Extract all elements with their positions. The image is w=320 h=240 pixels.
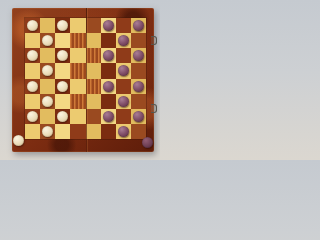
square-c5[interactable]: [55, 63, 70, 78]
checker-light[interactable]: [57, 111, 68, 122]
square-c4[interactable]: [55, 79, 70, 94]
checker-dark[interactable]: [133, 81, 144, 92]
square-g8[interactable]: [116, 18, 131, 33]
square-c2[interactable]: [55, 109, 70, 124]
clasp-hook-bottom-icon: [151, 104, 157, 113]
square-h6[interactable]: [131, 48, 146, 63]
square-h8[interactable]: [131, 18, 146, 33]
checker-dark[interactable]: [118, 126, 129, 137]
square-g5[interactable]: [116, 63, 131, 78]
square-b6[interactable]: [40, 48, 55, 63]
square-e3[interactable]: [86, 94, 101, 109]
square-h7[interactable]: [131, 33, 146, 48]
square-e5[interactable]: [86, 63, 101, 78]
square-h1[interactable]: [131, 124, 146, 139]
square-f2[interactable]: [101, 109, 116, 124]
spare-checker-light[interactable]: [13, 135, 24, 146]
fold-seam: [86, 8, 87, 152]
square-d3[interactable]: [70, 94, 85, 109]
checker-light[interactable]: [57, 81, 68, 92]
checker-dark[interactable]: [103, 20, 114, 31]
square-g3[interactable]: [116, 94, 131, 109]
checker-light[interactable]: [27, 81, 38, 92]
square-b1[interactable]: [40, 124, 55, 139]
square-c6[interactable]: [55, 48, 70, 63]
square-f6[interactable]: [101, 48, 116, 63]
square-h4[interactable]: [131, 79, 146, 94]
square-a6[interactable]: [25, 48, 40, 63]
checker-dark[interactable]: [118, 96, 129, 107]
square-c3[interactable]: [55, 94, 70, 109]
checker-light[interactable]: [42, 126, 53, 137]
checker-light[interactable]: [57, 20, 68, 31]
square-a7[interactable]: [25, 33, 40, 48]
checker-light[interactable]: [42, 35, 53, 46]
square-f5[interactable]: [101, 63, 116, 78]
checker-dark[interactable]: [118, 65, 129, 76]
spare-checker-dark[interactable]: [142, 137, 153, 148]
square-a8[interactable]: [25, 18, 40, 33]
square-h3[interactable]: [131, 94, 146, 109]
checker-dark[interactable]: [103, 111, 114, 122]
checker-dark[interactable]: [103, 50, 114, 61]
square-g2[interactable]: [116, 109, 131, 124]
square-a3[interactable]: [25, 94, 40, 109]
square-d4[interactable]: [70, 79, 85, 94]
square-f1[interactable]: [101, 124, 116, 139]
checker-dark[interactable]: [133, 20, 144, 31]
square-g7[interactable]: [116, 33, 131, 48]
square-a2[interactable]: [25, 109, 40, 124]
square-g4[interactable]: [116, 79, 131, 94]
square-c1[interactable]: [55, 124, 70, 139]
checker-dark[interactable]: [118, 35, 129, 46]
checker-light[interactable]: [42, 65, 53, 76]
square-f8[interactable]: [101, 18, 116, 33]
square-e4[interactable]: [86, 79, 101, 94]
square-b8[interactable]: [40, 18, 55, 33]
square-g6[interactable]: [116, 48, 131, 63]
checker-dark[interactable]: [133, 111, 144, 122]
square-a5[interactable]: [25, 63, 40, 78]
square-d7[interactable]: [70, 33, 85, 48]
square-d1[interactable]: [70, 124, 85, 139]
checker-light[interactable]: [27, 111, 38, 122]
square-b2[interactable]: [40, 109, 55, 124]
square-e1[interactable]: [86, 124, 101, 139]
checker-light[interactable]: [27, 50, 38, 61]
square-c8[interactable]: [55, 18, 70, 33]
square-c7[interactable]: [55, 33, 70, 48]
square-d2[interactable]: [70, 109, 85, 124]
square-g1[interactable]: [116, 124, 131, 139]
square-b3[interactable]: [40, 94, 55, 109]
checker-dark[interactable]: [133, 50, 144, 61]
square-f3[interactable]: [101, 94, 116, 109]
square-d5[interactable]: [70, 63, 85, 78]
square-b4[interactable]: [40, 79, 55, 94]
square-b7[interactable]: [40, 33, 55, 48]
square-a4[interactable]: [25, 79, 40, 94]
square-e6[interactable]: [86, 48, 101, 63]
checker-light[interactable]: [27, 20, 38, 31]
square-h2[interactable]: [131, 109, 146, 124]
square-e2[interactable]: [86, 109, 101, 124]
square-b5[interactable]: [40, 63, 55, 78]
square-d6[interactable]: [70, 48, 85, 63]
checker-dark[interactable]: [103, 81, 114, 92]
square-e7[interactable]: [86, 33, 101, 48]
square-f7[interactable]: [101, 33, 116, 48]
square-h5[interactable]: [131, 63, 146, 78]
square-f4[interactable]: [101, 79, 116, 94]
clasp-hook-top-icon: [151, 36, 157, 45]
square-d8[interactable]: [70, 18, 85, 33]
board-frame: [12, 8, 154, 152]
checker-light[interactable]: [42, 96, 53, 107]
square-e8[interactable]: [86, 18, 101, 33]
square-a1[interactable]: [25, 124, 40, 139]
checker-light[interactable]: [57, 50, 68, 61]
